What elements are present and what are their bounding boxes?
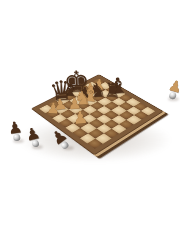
light-pawn-icon: ♟ bbox=[167, 78, 180, 96]
chess-product-photo-scene: ♛♝♚♟♟♟♟♟♟♞♝♞♜♝♟♟♟♟♟ bbox=[0, 0, 180, 227]
piece-floor-shadow bbox=[32, 145, 43, 149]
piece-floor-shadow bbox=[63, 146, 74, 150]
piece-floor-shadow bbox=[13, 139, 24, 143]
piece-floor-shadow bbox=[168, 97, 179, 101]
